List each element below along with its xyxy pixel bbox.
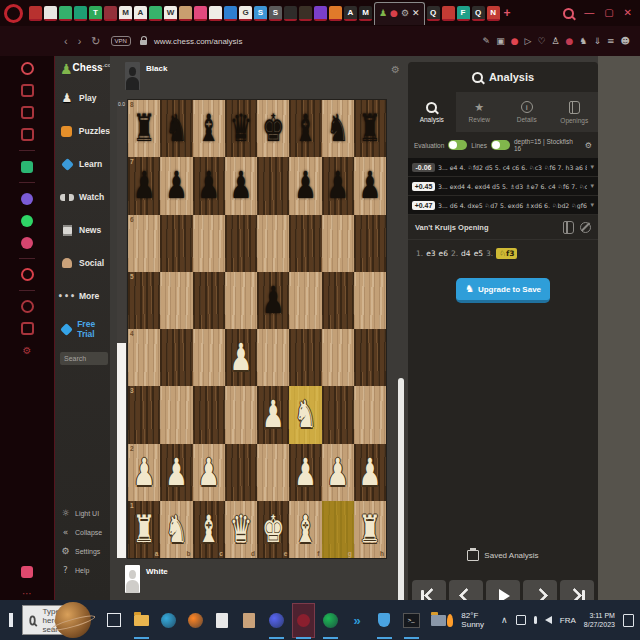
chess-board[interactable]: 8♜♞♝♛♚♝♞♜7♟♟♟♟♟♟♟65♟4♟3♟♞2♟♟♟♟♟♟1a♜b♞c♝d… [128,100,386,558]
extension-icon[interactable]: ☻ [621,37,630,46]
microphone-icon[interactable] [534,616,537,624]
sidebar-item-play[interactable]: ♟ Play [60,88,110,108]
browser-tab[interactable] [299,6,312,21]
white-player-name: White [146,567,168,576]
square-f6[interactable] [289,215,321,272]
rail-box-icon[interactable] [21,128,34,141]
rank-label: 2 [130,445,134,452]
white-pawn[interactable]: ♟ [165,453,187,491]
square-f3[interactable]: ♞ [289,386,321,443]
browser-logo-icon[interactable] [4,4,23,23]
browser-tab[interactable]: A [344,6,357,21]
rail-gear-icon[interactable]: ⚙ [21,344,34,357]
nav-buttons: ‹ › ↻ [64,35,101,48]
extension-icon[interactable]: ♙ [552,37,560,46]
square-c8[interactable]: ♝ [193,100,225,157]
chesscom-sidebar: ♟ Chess .com 24 ♟ Play Puzzles Learn Wat… [55,56,110,600]
square-d2[interactable] [225,444,257,501]
player-top: Black [125,62,167,90]
url-text[interactable]: www.chess.com/analysis [154,37,242,46]
browser-side-rail: ⚙⋯ [0,56,55,600]
file-label: a [155,550,159,557]
engine-lines: -0.063... e4 4. ♘fd2 d5 5. c4 c6 6. ♘c3 … [408,158,598,215]
engine-line[interactable]: -0.063... e4 4. ♘fd2 d5 5. c4 c6 6. ♘c3 … [408,158,598,177]
square-g6[interactable] [322,215,354,272]
toggle-row: Evaluation Lines depth=15 | Stockfish 16… [408,132,598,158]
newspaper-icon [63,225,72,236]
evaluation-toggle-label: Evaluation [414,142,444,149]
square-d1[interactable]: d♛ [225,501,257,558]
white-rook[interactable]: ♜ [359,511,381,549]
start-button[interactable] [9,613,13,627]
black-bishop[interactable]: ♝ [197,110,219,148]
rank-label: 6 [130,216,134,223]
help-button[interactable]: ? Help [60,565,102,575]
move[interactable]: e3 [426,249,435,258]
rail-ring-icon[interactable] [21,268,34,281]
sidebar-item-free-trial[interactable]: Free Trial [60,319,110,339]
square-h2[interactable]: ♟ [354,444,386,501]
square-f5[interactable] [289,272,321,329]
extension-icon[interactable]: ▷ [525,37,532,46]
black-rook[interactable]: ♜ [359,110,381,148]
cortana-planet-icon[interactable] [55,602,91,638]
black-player-name: Black [146,64,167,73]
square-c5[interactable] [193,272,225,329]
engine-settings-gear-icon[interactable]: ⚙ [585,141,592,150]
language-indicator[interactable]: FRA [560,616,576,625]
line-moves: 3... exd4 4. exd4 d5 5. ♗d3 ♗e7 6. c4 ♘f… [438,183,587,190]
back-icon[interactable]: ‹ [64,35,68,47]
system-tray: 82°F Sunny ∧ FRA 3:11 PM 8/27/2023 [447,611,640,630]
knight-icon: ♞ [465,284,474,294]
square-a7[interactable]: 7♟ [128,157,160,214]
window-controls: — ▢ ✕ [563,8,640,19]
white-pawn[interactable]: ♟ [197,453,219,491]
square-c4[interactable] [193,329,225,386]
move-number: 3. [486,249,493,258]
square-g2[interactable]: ♟ [322,444,354,501]
light-ui-button[interactable]: ☼ Light UI [60,508,102,518]
analysis-magnifier-icon [472,72,483,83]
notification-center-icon[interactable] [623,614,634,627]
square-g7[interactable]: ♟ [322,157,354,214]
white-knight[interactable]: ♞ [165,511,187,549]
sidebar-item-more[interactable]: ••• More [60,286,110,306]
reload-icon[interactable]: ↻ [91,35,100,48]
move[interactable]: e5 [474,249,483,258]
page-content: ⚙⋯ ♟ Chess .com 24 ♟ Play Puzzles Learn … [0,56,640,600]
browser-tab[interactable] [209,6,222,21]
vpn-badge[interactable]: VPN [111,36,131,46]
square-b3[interactable] [160,386,192,443]
rail-box-icon[interactable] [21,106,34,119]
page-gutter [598,56,640,600]
browser-tab[interactable] [149,6,162,21]
white-pawn[interactable]: ♟ [133,453,155,491]
tab-search-icon[interactable] [563,8,574,19]
square-d4[interactable]: ♟ [225,329,257,386]
minimize-button[interactable]: — [584,8,594,18]
square-d3[interactable] [225,386,257,443]
square-a3[interactable]: 3 [128,386,160,443]
time-text: 3:11 PM [584,611,615,620]
network-icon[interactable] [516,615,526,625]
collapse-button[interactable]: « Collapse [60,527,102,537]
square-a2[interactable]: 2♟ [128,444,160,501]
black-king[interactable]: ♚ [262,110,284,148]
white-rook[interactable]: ♜ [133,511,155,549]
sidebar-item-watch[interactable]: Watch [60,187,110,207]
square-h3[interactable] [354,386,386,443]
square-c2[interactable]: ♟ [193,444,225,501]
black-pawn[interactable]: ♟ [197,167,219,205]
rank-label: 5 [130,273,134,280]
expand-line-icon[interactable]: ▾ [590,201,594,209]
lock-icon [140,40,147,45]
rank-label: 1 [130,502,134,509]
new-tab-button[interactable]: + [504,6,511,20]
move[interactable]: d4 [461,249,471,258]
browser-tab[interactable]: Q [472,6,485,21]
white-bishop[interactable]: ♝ [294,511,316,549]
browser-tab[interactable]: M [119,6,132,21]
browser-tab[interactable] [194,6,207,21]
taskbar-app-folder[interactable] [133,612,150,629]
rank-label: 8 [130,101,134,108]
square-a4[interactable]: 4 [128,329,160,386]
evaluation-bar-white-fill [117,343,126,558]
black-knight[interactable]: ♞ [326,110,348,148]
browser-tab[interactable]: G [239,6,252,21]
close-button[interactable]: ✕ [624,8,632,18]
analysis-panel: Analysis Analysis ★ Review i Details Ope… [408,62,598,600]
white-king[interactable]: ♚ [262,511,284,549]
eval-badge: +0.47 [412,201,435,210]
mute-speaker-icon[interactable]: ● [390,9,398,18]
rail-box-icon[interactable] [21,322,34,335]
tab-review[interactable]: ★ Review [456,92,504,132]
browser-tab[interactable]: M [359,6,372,21]
sun-icon: ☼ [60,508,71,518]
square-e5[interactable]: ♟ [257,272,289,329]
square-c6[interactable] [193,215,225,272]
black-pawn[interactable]: ♟ [133,167,155,205]
tab-group-left: TMAWGSSAM [29,6,372,21]
taskbar-app-circle[interactable] [187,612,204,629]
extension-icon[interactable]: ✎ [483,37,491,46]
taskbar-app-rect[interactable] [241,612,258,629]
square-a1[interactable]: 1a♜ [128,501,160,558]
square-g8[interactable]: ♞ [322,100,354,157]
black-pawn[interactable]: ♟ [165,167,187,205]
square-e8[interactable]: ♚ [257,100,289,157]
rail-divider [19,258,35,259]
weather-icon[interactable] [447,614,454,627]
browser-tab[interactable]: S [269,6,282,21]
move[interactable]: e6 [439,249,448,258]
black-bishop[interactable]: ♝ [294,110,316,148]
rail-sq-icon[interactable] [21,160,34,173]
lines-toggle[interactable] [491,140,510,150]
extension-icon[interactable]: ♞ [579,37,587,46]
extension-icon[interactable]: ● [511,37,519,46]
evaluation-bar: 0.0 [117,100,126,558]
browser-tab[interactable] [104,6,117,21]
tab-details[interactable]: i Details [503,92,551,132]
eval-badge: -0.06 [412,163,435,172]
learn-icon [61,158,74,171]
square-g3[interactable] [322,386,354,443]
pawn-icon[interactable]: ♟ [379,9,387,18]
taskbar-app-term[interactable]: >_ [403,612,420,629]
sidebar-footer: ☼ Light UI « Collapse ⚙ Settings ? Help [60,508,102,575]
square-e7[interactable] [257,157,289,214]
taskbar-search[interactable]: Type here to search [22,605,77,635]
sidebar-search-input[interactable]: Search [60,352,108,365]
eval-badge: +0.45 [412,182,435,191]
close-tab-icon[interactable]: ✕ [412,9,420,18]
square-g1[interactable]: g [322,501,354,558]
browser-tab[interactable] [74,6,87,21]
analysis-tabs: Analysis ★ Review i Details Openings [408,92,598,132]
browser-tab[interactable] [59,6,72,21]
collapse-icon: « [60,527,71,537]
square-b1[interactable]: b♞ [160,501,192,558]
square-h5[interactable] [354,272,386,329]
gear-icon: ⚙ [60,546,71,556]
rank-label: 3 [130,387,134,394]
extension-icons: ✎▣●▷♡♙●♞⇓≡☻ [483,37,640,46]
square-h6[interactable] [354,215,386,272]
evaluation-bar-label: 0.0 [117,101,126,107]
sidebar-item-social[interactable]: Social [60,253,110,273]
rail-ring-icon[interactable] [21,62,34,75]
evaluation-toggle[interactable] [448,140,467,150]
clock[interactable]: 3:11 PM 8/27/2023 [584,611,615,630]
square-f1[interactable]: f♝ [289,501,321,558]
extension-icon[interactable]: ▣ [496,37,505,46]
forward-icon[interactable]: › [78,35,82,47]
square-c3[interactable] [193,386,225,443]
black-pawn[interactable]: ♟ [294,167,316,205]
taskbar-app-circle[interactable] [322,612,339,629]
expand-line-icon[interactable]: ▾ [590,163,594,171]
opening-name[interactable]: Van't Kruijs Opening [415,223,488,232]
square-a6[interactable]: 6 [128,215,160,272]
black-rook[interactable]: ♜ [133,110,155,148]
sidebar-item-learn[interactable]: Learn [60,154,110,174]
taskbar-app-view[interactable] [106,612,123,629]
browser-tab[interactable] [442,6,455,21]
white-pawn[interactable]: ♟ [230,339,252,377]
square-e3[interactable]: ♟ [257,386,289,443]
square-d6[interactable] [225,215,257,272]
logo-pawn-icon: ♟ [60,62,73,76]
browser-tab[interactable]: Q [427,6,440,21]
taskbar-app-folder[interactable] [430,612,447,629]
tab-analysis[interactable]: Analysis [408,92,456,132]
browser-tab[interactable] [284,6,297,21]
gear-icon[interactable]: ⚙ [401,9,409,18]
rail-dots-icon[interactable]: ⋯ [21,587,34,600]
saved-analysis-icon [467,550,479,561]
black-avatar[interactable] [125,62,140,90]
extension-icon[interactable]: ♡ [537,37,545,46]
browser-tab[interactable] [29,6,42,21]
move[interactable]: ♘f3 [496,248,517,259]
square-b4[interactable] [160,329,192,386]
screen: TMAWGSSAM ♟●⚙✕ QFQN + — ▢ ✕ ‹ › ↻ VPN ww… [0,0,640,640]
weather-text[interactable]: 82°F Sunny [461,611,493,629]
rail-divider [19,182,35,183]
black-pawn[interactable]: ♟ [262,282,284,320]
speaker-icon[interactable] [545,616,552,624]
square-c1[interactable]: c♝ [193,501,225,558]
rail-circle-icon[interactable] [21,192,34,205]
browser-tab[interactable]: S [254,6,267,21]
question-icon: ? [60,565,71,575]
taskbar-app-circle[interactable] [268,612,285,629]
move-list[interactable]: 1.e3e62.d4e53.♘f3 [408,240,598,266]
white-bishop[interactable]: ♝ [197,511,219,549]
square-f8[interactable]: ♝ [289,100,321,157]
taskbar-app-rect[interactable] [214,612,231,629]
player-bottom: White [125,565,168,593]
browser-tab[interactable] [179,6,192,21]
white-queen[interactable]: ♛ [230,511,252,549]
engine-line[interactable]: +0.473... d6 4. dxe5 ♘d7 5. exd6 ♗xd6 6.… [408,196,598,215]
rail-circle-icon[interactable] [21,236,34,249]
browser-tab[interactable]: A [134,6,147,21]
square-g5[interactable] [322,272,354,329]
white-knight[interactable]: ♞ [294,396,316,434]
date-text: 8/27/2023 [584,620,615,629]
maximize-button[interactable]: ▢ [604,8,613,18]
browser-tab[interactable] [314,6,327,21]
opening-book-icon[interactable] [563,221,574,234]
tab-openings[interactable]: Openings [551,92,599,132]
extension-icon[interactable]: ≡ [607,37,615,46]
active-tab[interactable]: ♟●⚙✕ [374,2,425,25]
rank-label: 4 [130,330,134,337]
square-h1[interactable]: h♜ [354,501,386,558]
square-e2[interactable] [257,444,289,501]
settings-button[interactable]: ⚙ Settings [60,546,102,556]
square-f4[interactable] [289,329,321,386]
black-pawn[interactable]: ♟ [326,167,348,205]
file-label: c [219,550,223,557]
browser-tab[interactable]: N [487,6,500,21]
rail-divider [19,290,35,291]
logo-text: Chess [73,62,103,73]
white-pawn[interactable]: ♟ [262,396,284,434]
engine-info-text[interactable]: depth=15 | Stockfish 16 [514,138,582,152]
browser-tab[interactable] [224,6,237,21]
square-d5[interactable] [225,272,257,329]
taskbar-app-active[interactable] [295,612,312,629]
square-h7[interactable]: ♟ [354,157,386,214]
square-b5[interactable] [160,272,192,329]
saved-analysis[interactable]: Saved Analysis [408,550,598,561]
upgrade-to-save-button[interactable]: ♞ Upgrade to Save [456,278,550,303]
file-label: f [317,550,319,557]
rail-box-icon[interactable] [21,84,34,97]
square-f7[interactable]: ♟ [289,157,321,214]
white-avatar[interactable] [125,565,140,593]
sidebar-item-news[interactable]: News [60,220,110,240]
white-pawn[interactable]: ♟ [294,453,316,491]
browser-tab[interactable] [329,6,342,21]
square-b6[interactable] [160,215,192,272]
extension-icon[interactable]: ⇓ [594,37,602,46]
engine-line[interactable]: +0.453... exd4 4. exd4 d5 5. ♗d3 ♗e7 6. … [408,177,598,196]
square-e6[interactable] [257,215,289,272]
rail-sq-icon[interactable] [21,565,34,578]
square-f2[interactable]: ♟ [289,444,321,501]
square-h4[interactable] [354,329,386,386]
file-label: g [348,550,352,557]
move-number: 1. [416,249,423,258]
rail-divider [19,150,35,151]
search-icon [30,615,37,625]
square-a8[interactable]: 8♜ [128,100,160,157]
rail-ring-icon[interactable] [21,300,34,313]
no-entry-icon[interactable] [580,222,591,233]
square-d7[interactable]: ♟ [225,157,257,214]
file-label: d [251,550,255,557]
browser-tab[interactable] [44,6,57,21]
browser-tab[interactable]: F [457,6,470,21]
board-settings-gear-icon[interactable]: ⚙ [391,64,400,75]
extension-icon[interactable]: ● [566,37,574,46]
ellipsis-icon: ••• [60,292,74,301]
square-b7[interactable]: ♟ [160,157,192,214]
browser-tab-strip: TMAWGSSAM ♟●⚙✕ QFQN + — ▢ ✕ [0,0,640,26]
black-pawn[interactable]: ♟ [230,167,252,205]
square-a5[interactable]: 5 [128,272,160,329]
taskbar-app-shield[interactable] [376,612,393,629]
square-c7[interactable]: ♟ [193,157,225,214]
tray-expand-icon[interactable]: ∧ [501,615,508,625]
square-h8[interactable]: ♜ [354,100,386,157]
square-d8[interactable]: ♛ [225,100,257,157]
square-b2[interactable]: ♟ [160,444,192,501]
white-pawn[interactable]: ♟ [359,453,381,491]
expand-line-icon[interactable]: ▾ [590,182,594,190]
browser-tab[interactable]: W [164,6,177,21]
rail-circle-icon[interactable] [21,214,34,227]
white-pawn[interactable]: ♟ [326,453,348,491]
line-moves: 3... e4 4. ♘fd2 d5 5. c4 c6 6. ♘c3 ♘f6 7… [438,164,587,171]
analysis-header: Analysis [408,62,598,92]
black-knight[interactable]: ♞ [165,110,187,148]
taskbar-app-chev[interactable]: » [349,612,366,629]
chesscom-logo[interactable]: ♟ Chess .com 24 [60,62,110,76]
square-g4[interactable] [322,329,354,386]
square-e4[interactable] [257,329,289,386]
sidebar-item-puzzles[interactable]: Puzzles [60,121,110,141]
taskbar-apps: »>_ [106,600,447,640]
black-pawn[interactable]: ♟ [359,167,381,205]
browser-tab[interactable]: T [89,6,102,21]
black-queen[interactable]: ♛ [230,110,252,148]
board-area: Black ⚙ 0.0 8♜♞♝♛♚♝♞♜7♟♟♟♟♟♟♟65♟4♟3♟♞2♟♟… [110,56,408,600]
square-e1[interactable]: e♚ [257,501,289,558]
taskbar-app-circle[interactable] [160,612,177,629]
square-b8[interactable]: ♞ [160,100,192,157]
file-label: e [284,550,288,557]
